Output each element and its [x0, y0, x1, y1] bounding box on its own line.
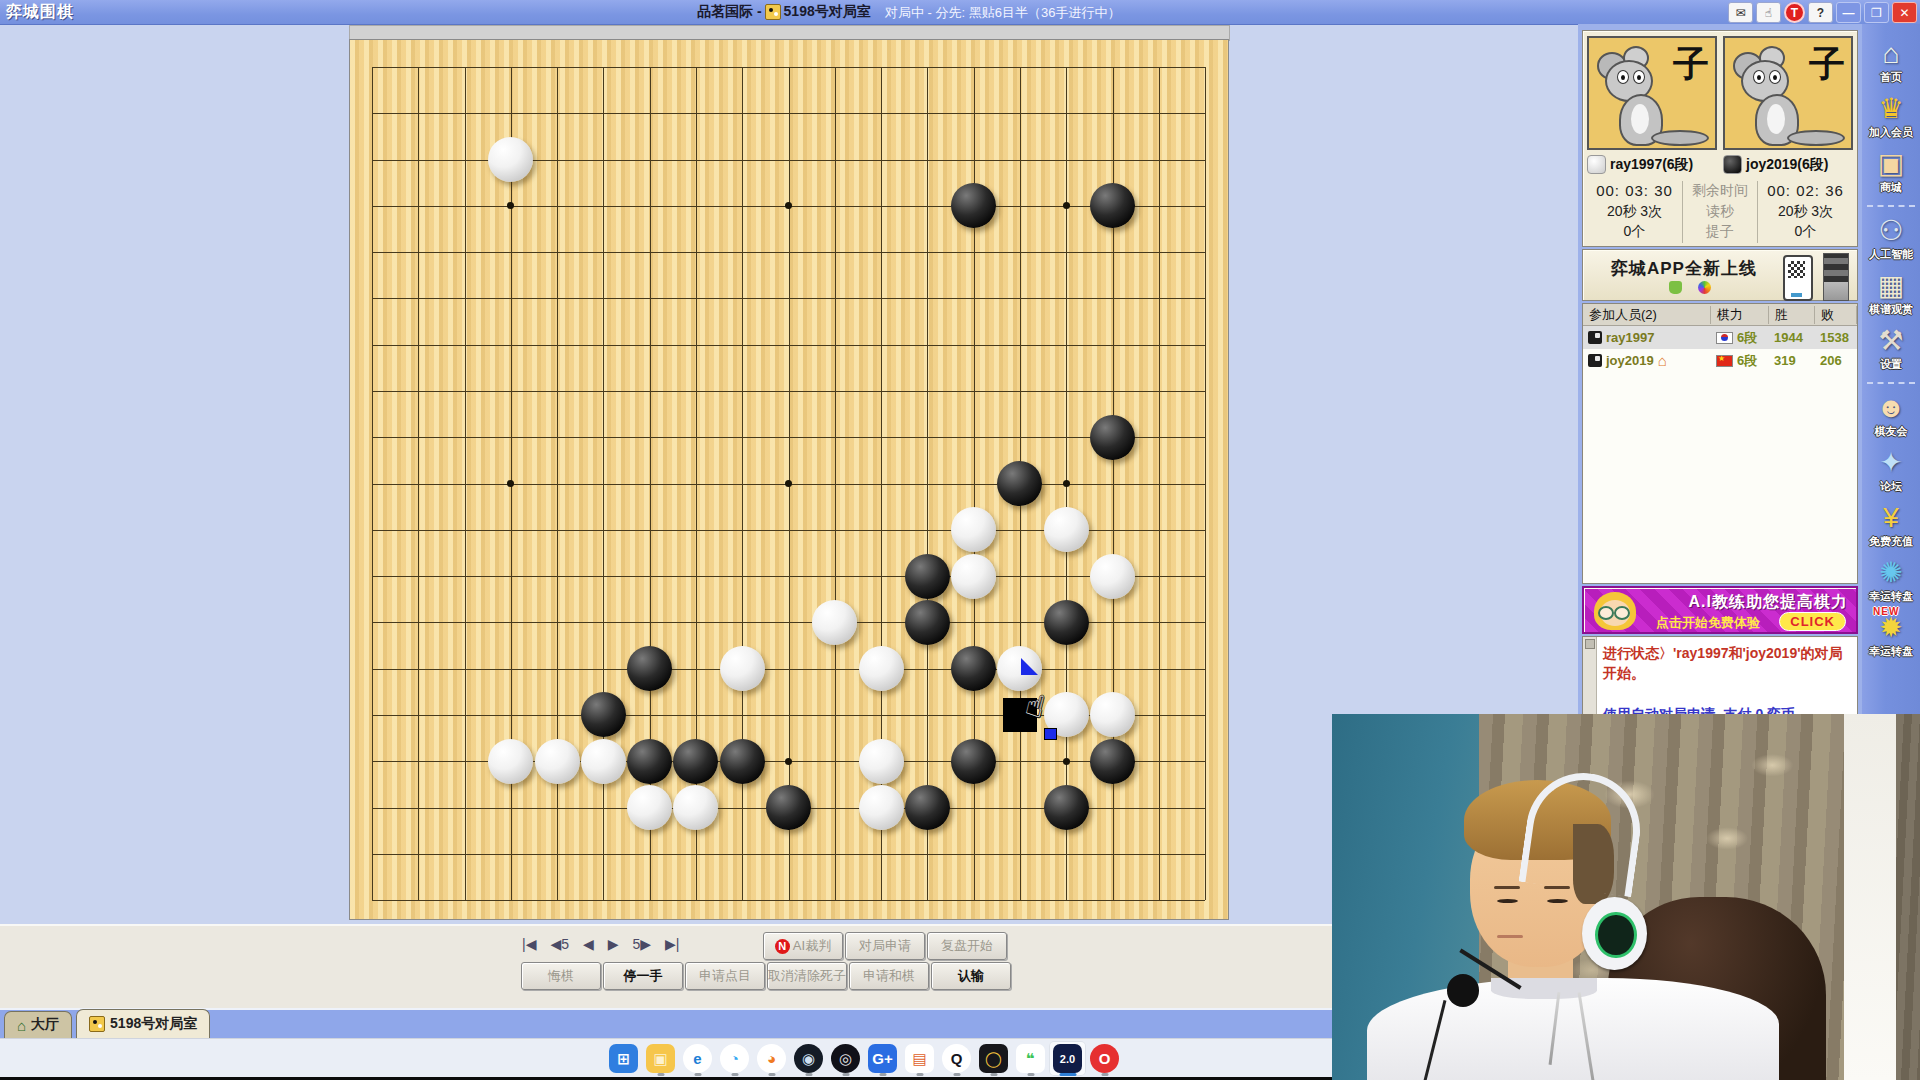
mail-icon[interactable]: ✉: [1728, 2, 1753, 23]
ai-judge-icon: N: [775, 939, 790, 954]
club-icon: ☻: [1863, 392, 1919, 424]
korea-flag-icon: [1716, 332, 1733, 344]
obs-studio-icon: ◎: [831, 1044, 860, 1073]
tab-label: 大厅: [31, 1016, 59, 1034]
review-start-button[interactable]: 复盘开始: [927, 932, 1007, 960]
black-stone: ●: [1090, 739, 1135, 784]
button-label: 取消清除死子: [768, 967, 846, 985]
chat-message: 进行状态〉'ray1997和'joy2019'的对局开始。: [1603, 643, 1851, 684]
participant-rank-cell: 6段: [1711, 352, 1769, 370]
house-icon: ⌂: [1658, 356, 1667, 366]
mouse-belly: [1767, 104, 1785, 134]
side-item-label: 设置: [1863, 357, 1919, 372]
quark-browser-icon: ◔: [720, 1044, 749, 1073]
ai-coach-banner[interactable]: A.I教练助您提高棋力 点击开始免费体验 CLICK: [1582, 586, 1858, 634]
grid-line: [835, 67, 836, 900]
side-item-label: 论坛: [1863, 479, 1919, 494]
side-item-label: 幸运转盘: [1863, 644, 1919, 659]
side-item-label: 人工智能: [1863, 247, 1919, 262]
player-name-label: joy2019(6段): [1746, 156, 1828, 174]
star-point: [1063, 758, 1070, 765]
button-label: 停一手: [624, 967, 663, 985]
nav-forward5[interactable]: 5▶: [633, 936, 652, 952]
grid-line: [372, 576, 1205, 577]
count-request-button[interactable]: 申请点目: [685, 962, 765, 990]
strip-separator: [1867, 205, 1915, 207]
side-item-wheel-new[interactable]: ✹幸运转盘NEW: [1863, 612, 1919, 659]
minimize-button[interactable]: —: [1836, 2, 1861, 23]
wins-value: 319: [1774, 353, 1796, 368]
star-point: [785, 758, 792, 765]
go-board-icon: [89, 1016, 105, 1032]
white-stone: ○: [581, 739, 626, 784]
side-item-shop[interactable]: ▣商城: [1863, 148, 1919, 195]
white-byoyomi: 20秒 3次: [1587, 202, 1682, 223]
wechat-icon: ❝: [1016, 1044, 1045, 1073]
participant-name: joy2019: [1606, 353, 1654, 368]
star-point: [507, 202, 514, 209]
participant-name-cell: joy2019⌂: [1583, 353, 1711, 368]
black-stone: ●: [1090, 415, 1135, 460]
window-light: [1844, 714, 1897, 1080]
start-icon: ⊞: [609, 1044, 638, 1073]
nav-last[interactable]: ▶|: [665, 936, 679, 952]
title-bar: 弈城围棋 品茗国际 - 5198号对局室 对局中 - 分先: 黑贴6目半（36手…: [0, 0, 1920, 25]
server-tower-icon: [1823, 253, 1849, 301]
chat-gap: [1603, 684, 1851, 704]
grid-line: [372, 900, 1205, 901]
close-button[interactable]: ✕: [1892, 2, 1917, 23]
running-indicator: [953, 1073, 960, 1076]
golaxy-icon: G+: [868, 1044, 897, 1073]
ai-banner-subtitle: 点击开始免费体验: [1656, 614, 1760, 632]
recharge-icon: ¥: [1863, 502, 1919, 534]
white-stone: ○: [859, 646, 904, 691]
mouth: [1497, 935, 1523, 938]
chat-messages: 进行状态〉'ray1997和'joy2019'的对局开始。使用自动对局申请- 支…: [1603, 643, 1851, 724]
black-stone: ●: [905, 600, 950, 645]
player-name-label: ray1997(6段): [1610, 156, 1693, 174]
edge-browser-icon: e: [683, 1044, 712, 1073]
white-time: 00: 03: 30: [1587, 181, 1682, 202]
mouse-tail: [1651, 130, 1709, 146]
mouse-eye: [1617, 70, 1629, 84]
black-stone: ●: [951, 646, 996, 691]
white-stone: ○: [1090, 692, 1135, 737]
taskbar-qq[interactable]: Q: [938, 1041, 975, 1076]
go-ai-app-icon: 2.0: [1053, 1044, 1082, 1073]
red-o-app-icon: O: [1090, 1044, 1119, 1073]
black-stone-icon: [1723, 155, 1742, 174]
captures-label: 提子: [1682, 222, 1758, 243]
white-stone: ○: [812, 600, 857, 645]
header-participants: 参加人员(2): [1583, 306, 1711, 324]
last-move-marker: [1021, 658, 1038, 675]
taskbar-firefox[interactable]: ◕: [753, 1041, 790, 1076]
white-stone: ○: [488, 137, 533, 182]
taskbar-steam[interactable]: ◉: [790, 1041, 827, 1076]
nav-back5[interactable]: ◀5: [550, 936, 569, 952]
black-stone: ●: [951, 739, 996, 784]
participant-rank: 6段: [1737, 352, 1757, 370]
china-flag-icon: [1716, 355, 1733, 367]
side-item-ai[interactable]: ⚇人工智能: [1863, 215, 1919, 262]
grid-line: [927, 67, 928, 900]
taskbar-icons: ⊞▣e◔◕◉◎G+▤Q◯❝2.0O: [605, 1041, 1123, 1076]
side-item-label: 幸运转盘: [1863, 589, 1919, 604]
taskbar-red-o-app[interactable]: O: [1086, 1041, 1123, 1076]
hand-icon[interactable]: ☝: [1756, 2, 1781, 23]
headphone-led-ring: [1595, 912, 1636, 958]
participant-row[interactable]: joy2019⌂6段319206: [1583, 349, 1857, 372]
mic-capsule: [1447, 974, 1479, 1007]
eye: [1547, 899, 1568, 903]
grid-line: [372, 669, 1205, 670]
side-item-home[interactable]: ⌂首页: [1863, 38, 1919, 85]
side-item-label: 棋友会: [1863, 424, 1919, 439]
mouse-belly: [1631, 104, 1649, 134]
home-icon: ⌂: [1863, 38, 1919, 70]
star-point: [785, 202, 792, 209]
star-point: [1063, 480, 1070, 487]
side-item-label: 首页: [1863, 70, 1919, 85]
glasses-icon: [1614, 606, 1630, 620]
tab-lobby[interactable]: ⌂大厅: [4, 1011, 72, 1038]
side-item-forum[interactable]: ✦论坛: [1863, 447, 1919, 494]
running-indicator: [1101, 1073, 1108, 1076]
apple-icon: [1698, 281, 1711, 294]
black-stone: ●: [720, 739, 765, 784]
ad-platform-icons: [1669, 281, 1711, 294]
participant-losses: 1538: [1815, 330, 1857, 345]
settings-icon: ⚒: [1863, 325, 1919, 357]
black-stone: ●: [1044, 785, 1089, 830]
remaining-time-label: 剩余时间: [1682, 181, 1758, 202]
white-stone: ○: [859, 785, 904, 830]
ai-banner-title: A.I教练助您提高棋力: [1689, 592, 1848, 613]
nav-back[interactable]: ◀: [583, 936, 594, 952]
taskbar-file-explorer[interactable]: ▣: [642, 1041, 679, 1076]
wins-value: 1944: [1774, 330, 1803, 345]
ad-text: 弈城APP全新上线: [1611, 257, 1757, 280]
draw-request-button[interactable]: 申请和棋: [849, 962, 929, 990]
participants-panel: 参加人员(2) 棋力 胜 败 ray19976段19441538joy2019⌂…: [1582, 303, 1858, 584]
button-label: 对局申请: [859, 937, 911, 955]
pass-button[interactable]: 停一手: [603, 962, 683, 990]
button-label: 申请和棋: [863, 967, 915, 985]
go-board-icon: [765, 4, 781, 20]
white-player-avatar: 子: [1587, 36, 1717, 150]
qq-icon: Q: [942, 1044, 971, 1073]
ai-judge-button[interactable]: NAI裁判: [763, 932, 843, 960]
black-player-avatar: 子: [1723, 36, 1853, 150]
black-stone: ●: [951, 183, 996, 228]
black-captures: 0个: [1758, 222, 1853, 243]
app-logo: 弈城围棋: [6, 2, 74, 23]
taskbar-quark-browser[interactable]: ◔: [716, 1041, 753, 1076]
android-icon: [1669, 281, 1682, 294]
click-button[interactable]: CLICK: [1779, 612, 1846, 631]
eye: [1497, 899, 1518, 903]
camera-app-icon: ◯: [979, 1044, 1008, 1073]
taskbar-golaxy[interactable]: G+: [864, 1041, 901, 1076]
wheel-icon: ✺: [1863, 557, 1919, 589]
window-controls: ✉☝T?—❐✕: [1728, 2, 1917, 23]
side-item-recharge[interactable]: ¥免费充值: [1863, 502, 1919, 549]
side-item-label: 加入会员: [1863, 125, 1919, 140]
participants-header: 参加人员(2) 棋力 胜 败: [1583, 304, 1857, 326]
white-stone: ○: [859, 739, 904, 784]
webcam-overlay: [1332, 714, 1920, 1080]
playing-icon: [1588, 354, 1602, 367]
mouse-tail: [1787, 130, 1845, 146]
player-panel: 子 子 ray1997(6段) joy2019(6段) 00: 03: 30 剩…: [1582, 30, 1858, 247]
side-item-label: 免费充值: [1863, 534, 1919, 549]
button-label: 悔棋: [548, 967, 574, 985]
running-indicator: [731, 1073, 738, 1076]
glasses-icon: [1598, 606, 1614, 620]
black-stone: ●: [905, 785, 950, 830]
running-indicator: [842, 1073, 849, 1076]
header-losses: 败: [1815, 306, 1857, 324]
header-wins: 胜: [1769, 306, 1815, 324]
game-status-text: 对局中 - 分先: 黑贴6目半（36手进行中）: [885, 4, 1120, 22]
white-player-name: ray1997(6段): [1587, 155, 1717, 174]
undo-button[interactable]: 悔棋: [521, 962, 601, 990]
taskbar-wechat[interactable]: ❝: [1012, 1041, 1049, 1076]
mouse-eye: [1633, 70, 1645, 84]
white-stone: ○: [535, 739, 580, 784]
shop-icon: ▣: [1863, 148, 1919, 180]
white-stone: ○: [951, 554, 996, 599]
participant-row[interactable]: ray19976段19441538: [1583, 326, 1857, 349]
taskbar-office-app[interactable]: ▤: [901, 1041, 938, 1076]
room-title: 品茗国际 - 5198号对局室: [697, 3, 871, 21]
button-label: 认输: [958, 967, 984, 985]
participant-losses: 206: [1815, 353, 1857, 368]
grid-line: [1159, 67, 1160, 900]
curtain-edge: [1896, 714, 1920, 1080]
resign-button[interactable]: 认输: [931, 962, 1011, 990]
mouse-eye: [1769, 70, 1781, 84]
button-label: 复盘开始: [941, 937, 993, 955]
white-stone: ○: [1090, 554, 1135, 599]
black-stone: ●: [766, 785, 811, 830]
black-stone: ●: [581, 692, 626, 737]
running-indicator: [805, 1073, 812, 1076]
home-icon: ⌂: [17, 1017, 26, 1034]
white-captures: 0个: [1587, 222, 1682, 243]
timer-block: 00: 03: 30 剩余时间 00: 02: 36 20秒 3次 读秒 20秒…: [1587, 181, 1853, 243]
star-point: [785, 480, 792, 487]
running-indicator: [990, 1073, 997, 1076]
button-label: 申请点目: [699, 967, 751, 985]
running-indicator: [768, 1073, 775, 1076]
black-stone: ●: [905, 554, 950, 599]
steam-icon: ◉: [794, 1044, 823, 1073]
cursor-blue-badge: [1044, 728, 1057, 740]
black-stone: ●: [1090, 183, 1135, 228]
side-item-label: 商城: [1863, 180, 1919, 195]
star-point: [1063, 202, 1070, 209]
black-stone: ●: [627, 739, 672, 784]
black-stone: ●: [673, 739, 718, 784]
phone-qr-icon: [1783, 255, 1813, 301]
taskbar-edge-browser[interactable]: e: [679, 1041, 716, 1076]
black-stone: ●: [1044, 600, 1089, 645]
participant-name-cell: ray1997: [1583, 330, 1711, 345]
taskbar-obs-studio[interactable]: ◎: [827, 1041, 864, 1076]
running-indicator: [657, 1073, 664, 1076]
running-indicator: [1059, 1073, 1076, 1076]
white-stone-icon: [1587, 155, 1606, 174]
star-point: [507, 480, 514, 487]
white-stone: ○: [1044, 507, 1089, 552]
maximize-button[interactable]: ❐: [1864, 2, 1889, 23]
move-navigation: |◀◀5◀▶5▶▶|: [522, 936, 680, 952]
zodiac-character: 子: [1673, 40, 1709, 89]
running-indicator: [916, 1073, 923, 1076]
losses-value: 206: [1820, 353, 1842, 368]
strip-separator: [1867, 382, 1915, 384]
losses-value: 1538: [1820, 330, 1849, 345]
header-rank: 棋力: [1711, 306, 1769, 324]
white-stone: ○: [673, 785, 718, 830]
white-stone: ○: [997, 646, 1042, 691]
kifu-icon: ▦: [1863, 270, 1919, 302]
office-app-icon: ▤: [905, 1044, 934, 1073]
side-item-club[interactable]: ☻棋友会: [1863, 392, 1919, 439]
room-title-prefix: 品茗国际 -: [697, 3, 762, 21]
participants-list: ray19976段19441538joy2019⌂6段319206: [1583, 326, 1857, 372]
grid-line: [372, 854, 1205, 855]
ai-icon: ⚇: [1863, 215, 1919, 247]
vip-icon: ♛: [1863, 93, 1919, 125]
black-player-name: joy2019(6段): [1723, 155, 1853, 174]
white-stone: ○: [720, 646, 765, 691]
playing-icon: [1588, 331, 1602, 344]
side-item-kifu[interactable]: ▦棋谱观赏: [1863, 270, 1919, 317]
running-indicator: [1027, 1073, 1034, 1076]
new-badge: NEW: [1873, 606, 1899, 617]
app-ad-banner[interactable]: 弈城APP全新上线: [1582, 249, 1858, 301]
tab-label: 5198号对局室: [110, 1015, 197, 1033]
taskbar-start[interactable]: ⊞: [605, 1041, 642, 1076]
participant-wins: 1944: [1769, 330, 1815, 345]
side-item-settings[interactable]: ⚒设置: [1863, 325, 1919, 372]
forum-icon: ✦: [1863, 447, 1919, 479]
firefox-icon: ◕: [757, 1044, 786, 1073]
white-stone: ○: [627, 785, 672, 830]
cancel-clear-dead-button[interactable]: 取消清除死子: [767, 962, 847, 990]
tab-room[interactable]: 5198号对局室: [76, 1009, 210, 1038]
nav-forward[interactable]: ▶: [608, 936, 619, 952]
eyebrow: [1494, 886, 1520, 889]
mouse-eye: [1753, 70, 1765, 84]
nav-first[interactable]: |◀: [522, 936, 536, 952]
room-title-name: 5198号对局室: [784, 3, 871, 21]
participant-wins: 319: [1769, 353, 1815, 368]
screen: 弈城围棋 品茗国际 - 5198号对局室 对局中 - 分先: 黑贴6目半（36手…: [0, 0, 1920, 1080]
participant-rank-cell: 6段: [1711, 329, 1769, 347]
side-item-vip[interactable]: ♛加入会员: [1863, 93, 1919, 140]
taskbar-go-ai-app[interactable]: 2.0: [1049, 1041, 1086, 1076]
game-request-button[interactable]: 对局申请: [845, 932, 925, 960]
tygem-t-icon[interactable]: T: [1784, 2, 1805, 23]
side-item-wheel[interactable]: ✺幸运转盘: [1863, 557, 1919, 604]
black-byoyomi: 20秒 3次: [1758, 202, 1853, 223]
zodiac-character: 子: [1809, 40, 1845, 89]
black-stone: ●: [997, 461, 1042, 506]
black-stone: ●: [627, 646, 672, 691]
grid-line: [1205, 67, 1206, 900]
participant-name: ray1997: [1606, 330, 1654, 345]
button-label: AI裁判: [793, 937, 831, 955]
running-indicator: [694, 1073, 701, 1076]
side-item-label: 棋谱观赏: [1863, 302, 1919, 317]
byoyomi-label: 读秒: [1682, 202, 1758, 223]
file-explorer-icon: ▣: [646, 1044, 675, 1073]
white-stone: ○: [488, 739, 533, 784]
taskbar-camera-app[interactable]: ◯: [975, 1041, 1012, 1076]
go-board[interactable]: ☝ ○●●●●○○●○○○●●●○○●○●○○○○○●●●○●●○○●○●●: [349, 39, 1229, 920]
white-stone: ○: [951, 507, 996, 552]
help-icon[interactable]: ?: [1808, 2, 1833, 23]
black-time: 00: 02: 36: [1758, 181, 1853, 202]
running-indicator: [879, 1073, 886, 1076]
participant-rank: 6段: [1737, 329, 1757, 347]
